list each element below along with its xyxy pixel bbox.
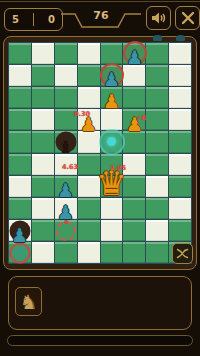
sound-button[interactable] bbox=[146, 6, 171, 30]
board-square[interactable] bbox=[32, 109, 54, 130]
board-square[interactable] bbox=[169, 154, 191, 175]
close-icon bbox=[181, 11, 195, 25]
board-square[interactable] bbox=[9, 131, 31, 152]
board-square[interactable] bbox=[146, 154, 168, 175]
board-square[interactable] bbox=[169, 43, 191, 64]
board-square[interactable] bbox=[146, 131, 168, 152]
floating-score-text: 2.05 bbox=[110, 164, 126, 172]
board-square[interactable] bbox=[32, 43, 54, 64]
board-square[interactable] bbox=[123, 87, 145, 108]
floating-score-text: +8 bbox=[136, 114, 146, 122]
piece-tray: ♞ bbox=[8, 276, 192, 330]
board-square[interactable] bbox=[9, 43, 31, 64]
board-square[interactable] bbox=[169, 87, 191, 108]
teal-pawn[interactable]: ♟ bbox=[54, 175, 77, 197]
board-square[interactable] bbox=[146, 87, 168, 108]
board-square[interactable] bbox=[101, 43, 123, 64]
move-counter: 76 bbox=[60, 9, 142, 22]
score-divider bbox=[33, 13, 34, 26]
board-square[interactable] bbox=[169, 109, 191, 130]
board-square[interactable] bbox=[32, 176, 54, 197]
board-square[interactable] bbox=[9, 176, 31, 197]
partial-piece-top bbox=[153, 35, 162, 41]
board-square[interactable] bbox=[101, 220, 123, 241]
teal-pawn[interactable]: ♟ bbox=[8, 220, 31, 242]
board-square[interactable] bbox=[146, 43, 168, 64]
board-square[interactable] bbox=[101, 242, 123, 263]
board-square[interactable] bbox=[9, 198, 31, 219]
board-square[interactable] bbox=[9, 65, 31, 86]
shuffle-button[interactable] bbox=[172, 243, 193, 264]
score-box: 5 0 bbox=[4, 8, 63, 31]
board-square[interactable] bbox=[55, 65, 77, 86]
speaker-icon bbox=[151, 11, 167, 25]
board-square[interactable] bbox=[32, 242, 54, 263]
teal-pawn[interactable]: ♟ bbox=[100, 64, 123, 86]
board-square[interactable] bbox=[32, 198, 54, 219]
teal-pawn[interactable]: ♟ bbox=[54, 197, 77, 219]
board-square[interactable] bbox=[146, 198, 168, 219]
board-square[interactable] bbox=[169, 176, 191, 197]
board-square[interactable] bbox=[146, 220, 168, 241]
floating-score-text: 0.30 bbox=[74, 110, 90, 118]
board-square[interactable] bbox=[146, 176, 168, 197]
board-square[interactable] bbox=[9, 87, 31, 108]
board-square[interactable] bbox=[55, 242, 77, 263]
board-square[interactable] bbox=[78, 242, 100, 263]
top-divider-line bbox=[0, 1, 200, 2]
board-square[interactable] bbox=[169, 198, 191, 219]
board-square[interactable] bbox=[123, 65, 145, 86]
teal-pawn[interactable]: ♟ bbox=[123, 42, 146, 64]
board-square[interactable] bbox=[146, 109, 168, 130]
shuffle-icon bbox=[176, 247, 189, 260]
board-square[interactable] bbox=[78, 65, 100, 86]
close-button[interactable] bbox=[175, 6, 200, 30]
board-square[interactable] bbox=[78, 87, 100, 108]
board-square[interactable] bbox=[55, 87, 77, 108]
board-square[interactable] bbox=[146, 65, 168, 86]
score-right: 0 bbox=[48, 14, 55, 25]
board-square[interactable] bbox=[101, 109, 123, 130]
board-square[interactable] bbox=[32, 131, 54, 152]
board-square[interactable] bbox=[32, 87, 54, 108]
floating-score-text: 4.63 bbox=[62, 163, 78, 171]
orange-queen[interactable]: ♛ bbox=[100, 175, 123, 197]
partial-piece-top bbox=[176, 35, 185, 41]
board-square[interactable] bbox=[78, 43, 100, 64]
board-square[interactable] bbox=[169, 65, 191, 86]
board-square[interactable] bbox=[146, 242, 168, 263]
board-square[interactable] bbox=[78, 220, 100, 241]
board-square[interactable] bbox=[9, 109, 31, 130]
board-square[interactable] bbox=[101, 131, 123, 152]
board-square[interactable] bbox=[32, 220, 54, 241]
knight-piece-icon: ♞ bbox=[20, 292, 38, 312]
game-screen: 5 0 76 ♟♟♟♟♟♝♟♛♟♟0.30+84.632.05 ♞ bbox=[0, 0, 200, 356]
tray-knight-slot[interactable]: ♞ bbox=[15, 287, 42, 316]
board-square[interactable] bbox=[32, 65, 54, 86]
board-square[interactable] bbox=[55, 43, 77, 64]
score-left: 5 bbox=[12, 14, 19, 25]
bottom-bar bbox=[7, 335, 193, 346]
orange-pawn[interactable]: ♟ bbox=[100, 86, 123, 108]
board-square[interactable] bbox=[9, 154, 31, 175]
board-square[interactable] bbox=[169, 220, 191, 241]
dark-bishop[interactable]: ♝ bbox=[54, 131, 77, 153]
board-square[interactable] bbox=[123, 242, 145, 263]
board-square[interactable] bbox=[169, 131, 191, 152]
board-square[interactable] bbox=[32, 154, 54, 175]
board-square[interactable] bbox=[123, 220, 145, 241]
